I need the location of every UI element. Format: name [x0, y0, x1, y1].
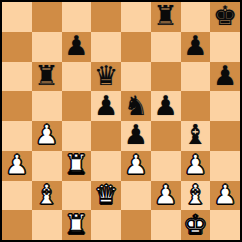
square-c8[interactable] [62, 2, 92, 32]
square-h6[interactable]: ♟ [210, 62, 240, 92]
square-e1[interactable] [121, 210, 151, 240]
square-g7[interactable]: ♟ [181, 32, 211, 62]
square-f2[interactable]: ♟ [151, 181, 181, 211]
square-e7[interactable] [121, 32, 151, 62]
square-a1[interactable] [2, 210, 32, 240]
square-e6[interactable] [121, 62, 151, 92]
piece-white-rook: ♜ [64, 211, 88, 238]
square-e2[interactable] [121, 181, 151, 211]
piece-black-king: ♚ [213, 2, 237, 29]
square-g2[interactable]: ♝ [181, 181, 211, 211]
piece-white-king: ♚ [183, 211, 207, 238]
piece-black-rook: ♜ [35, 62, 59, 89]
chess-board: ♜♚♟♟♜♛♟♟♞♟♟♟♝♟♜♟♟♝♛♟♝♟♜♚ [2, 2, 240, 240]
piece-black-pawn: ♟ [213, 62, 237, 89]
square-d3[interactable] [91, 151, 121, 181]
square-g4[interactable]: ♝ [181, 121, 211, 151]
square-c1[interactable]: ♜ [62, 210, 92, 240]
square-a6[interactable] [2, 62, 32, 92]
square-c4[interactable] [62, 121, 92, 151]
piece-white-pawn: ♟ [154, 181, 178, 208]
square-h7[interactable] [210, 32, 240, 62]
square-b5[interactable] [32, 91, 62, 121]
piece-black-pawn: ♟ [94, 92, 118, 119]
square-b8[interactable] [32, 2, 62, 32]
square-g5[interactable] [181, 91, 211, 121]
square-c7[interactable]: ♟ [62, 32, 92, 62]
square-d5[interactable]: ♟ [91, 91, 121, 121]
square-d2[interactable]: ♛ [91, 181, 121, 211]
square-b7[interactable] [32, 32, 62, 62]
piece-black-rook: ♜ [154, 2, 178, 29]
square-g8[interactable] [181, 2, 211, 32]
square-d7[interactable] [91, 32, 121, 62]
square-g1[interactable]: ♚ [181, 210, 211, 240]
square-h4[interactable] [210, 121, 240, 151]
square-a3[interactable]: ♟ [2, 151, 32, 181]
square-h5[interactable] [210, 91, 240, 121]
square-c3[interactable]: ♜ [62, 151, 92, 181]
piece-white-pawn: ♟ [124, 151, 148, 178]
piece-black-pawn: ♟ [64, 32, 88, 59]
square-b1[interactable] [32, 210, 62, 240]
piece-black-pawn: ♟ [183, 32, 207, 59]
piece-white-pawn: ♟ [35, 121, 59, 148]
square-g6[interactable] [181, 62, 211, 92]
square-c2[interactable] [62, 181, 92, 211]
piece-white-rook: ♜ [64, 151, 88, 178]
square-c6[interactable] [62, 62, 92, 92]
square-a2[interactable] [2, 181, 32, 211]
square-b4[interactable]: ♟ [32, 121, 62, 151]
piece-black-knight: ♞ [124, 92, 148, 119]
square-f8[interactable]: ♜ [151, 2, 181, 32]
square-d8[interactable] [91, 2, 121, 32]
square-h8[interactable]: ♚ [210, 2, 240, 32]
square-d4[interactable] [91, 121, 121, 151]
square-d1[interactable] [91, 210, 121, 240]
square-e3[interactable]: ♟ [121, 151, 151, 181]
square-e4[interactable]: ♟ [121, 121, 151, 151]
piece-black-pawn: ♟ [124, 121, 148, 148]
piece-black-bishop: ♝ [183, 121, 207, 148]
square-e5[interactable]: ♞ [121, 91, 151, 121]
square-e8[interactable] [121, 2, 151, 32]
square-h2[interactable]: ♟ [210, 181, 240, 211]
piece-white-queen: ♛ [94, 181, 118, 208]
square-g3[interactable]: ♟ [181, 151, 211, 181]
piece-black-queen: ♛ [94, 62, 118, 89]
square-h1[interactable] [210, 210, 240, 240]
piece-white-pawn: ♟ [5, 151, 29, 178]
square-f4[interactable] [151, 121, 181, 151]
square-a7[interactable] [2, 32, 32, 62]
square-a5[interactable] [2, 91, 32, 121]
piece-black-pawn: ♟ [154, 92, 178, 119]
piece-white-pawn: ♟ [213, 181, 237, 208]
square-b2[interactable]: ♝ [32, 181, 62, 211]
chess-board-frame: ♜♚♟♟♜♛♟♟♞♟♟♟♝♟♜♟♟♝♛♟♝♟♜♚ [0, 0, 242, 242]
square-b3[interactable] [32, 151, 62, 181]
square-d6[interactable]: ♛ [91, 62, 121, 92]
square-f1[interactable] [151, 210, 181, 240]
square-f7[interactable] [151, 32, 181, 62]
square-b6[interactable]: ♜ [32, 62, 62, 92]
piece-white-bishop: ♝ [183, 181, 207, 208]
square-f6[interactable] [151, 62, 181, 92]
square-a8[interactable] [2, 2, 32, 32]
square-f5[interactable]: ♟ [151, 91, 181, 121]
square-h3[interactable] [210, 151, 240, 181]
square-a4[interactable] [2, 121, 32, 151]
square-f3[interactable] [151, 151, 181, 181]
square-c5[interactable] [62, 91, 92, 121]
piece-white-bishop: ♝ [35, 181, 59, 208]
piece-white-pawn: ♟ [183, 151, 207, 178]
